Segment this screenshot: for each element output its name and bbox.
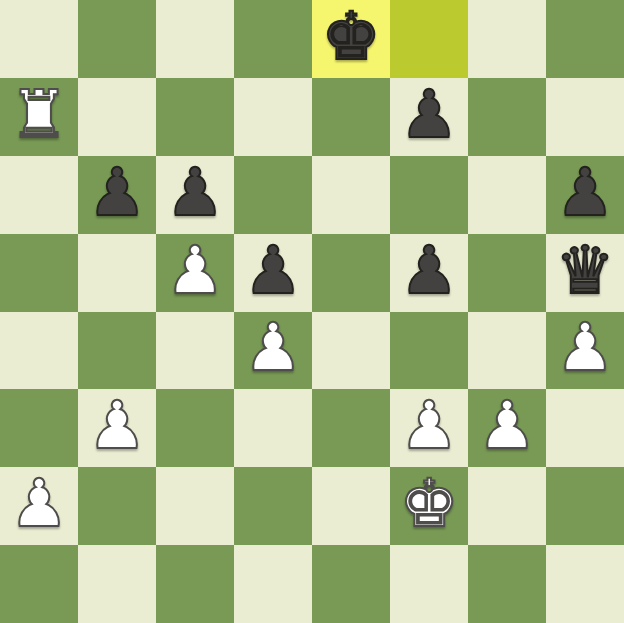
square-e7[interactable] bbox=[312, 78, 390, 156]
square-c8[interactable] bbox=[156, 0, 234, 78]
square-c3[interactable] bbox=[156, 389, 234, 467]
square-d1[interactable] bbox=[234, 545, 312, 623]
square-b1[interactable] bbox=[78, 545, 156, 623]
black-pawn[interactable]: ♟ bbox=[165, 160, 224, 226]
square-h8[interactable] bbox=[546, 0, 624, 78]
square-d3[interactable] bbox=[234, 389, 312, 467]
black-pawn[interactable]: ♟ bbox=[555, 160, 614, 226]
square-a5[interactable] bbox=[0, 234, 78, 312]
square-a8[interactable] bbox=[0, 0, 78, 78]
square-f4[interactable] bbox=[390, 312, 468, 390]
square-d8[interactable] bbox=[234, 0, 312, 78]
square-h5[interactable]: ♛ bbox=[546, 234, 624, 312]
square-b4[interactable] bbox=[78, 312, 156, 390]
square-g2[interactable] bbox=[468, 467, 546, 545]
square-h2[interactable] bbox=[546, 467, 624, 545]
square-g5[interactable] bbox=[468, 234, 546, 312]
square-d6[interactable] bbox=[234, 156, 312, 234]
square-e2[interactable] bbox=[312, 467, 390, 545]
square-g4[interactable] bbox=[468, 312, 546, 390]
black-pawn[interactable]: ♟ bbox=[399, 238, 458, 304]
square-a3[interactable] bbox=[0, 389, 78, 467]
square-g7[interactable] bbox=[468, 78, 546, 156]
square-b3[interactable]: ♟ bbox=[78, 389, 156, 467]
black-king[interactable]: ♚ bbox=[321, 4, 380, 70]
square-c7[interactable] bbox=[156, 78, 234, 156]
square-d7[interactable] bbox=[234, 78, 312, 156]
square-h6[interactable]: ♟ bbox=[546, 156, 624, 234]
square-e5[interactable] bbox=[312, 234, 390, 312]
square-g1[interactable] bbox=[468, 545, 546, 623]
square-c1[interactable] bbox=[156, 545, 234, 623]
square-b5[interactable] bbox=[78, 234, 156, 312]
square-e6[interactable] bbox=[312, 156, 390, 234]
square-e3[interactable] bbox=[312, 389, 390, 467]
square-a6[interactable] bbox=[0, 156, 78, 234]
square-f8[interactable] bbox=[390, 0, 468, 78]
chess-board: ♚♜♟♟♟♟♟♟♟♛♟♟♟♟♟♟♚ bbox=[0, 0, 624, 623]
square-a2[interactable]: ♟ bbox=[0, 467, 78, 545]
white-king[interactable]: ♚ bbox=[399, 471, 458, 537]
white-rook[interactable]: ♜ bbox=[9, 82, 68, 148]
white-pawn[interactable]: ♟ bbox=[9, 471, 68, 537]
black-pawn[interactable]: ♟ bbox=[243, 238, 302, 304]
square-e8[interactable]: ♚ bbox=[312, 0, 390, 78]
black-pawn[interactable]: ♟ bbox=[399, 82, 458, 148]
square-e1[interactable] bbox=[312, 545, 390, 623]
white-pawn[interactable]: ♟ bbox=[555, 315, 614, 381]
square-e4[interactable] bbox=[312, 312, 390, 390]
square-f6[interactable] bbox=[390, 156, 468, 234]
square-g3[interactable]: ♟ bbox=[468, 389, 546, 467]
square-d5[interactable]: ♟ bbox=[234, 234, 312, 312]
square-h3[interactable] bbox=[546, 389, 624, 467]
square-c2[interactable] bbox=[156, 467, 234, 545]
square-g8[interactable] bbox=[468, 0, 546, 78]
square-f3[interactable]: ♟ bbox=[390, 389, 468, 467]
square-f5[interactable]: ♟ bbox=[390, 234, 468, 312]
square-a7[interactable]: ♜ bbox=[0, 78, 78, 156]
white-pawn[interactable]: ♟ bbox=[87, 393, 146, 459]
square-c5[interactable]: ♟ bbox=[156, 234, 234, 312]
square-b2[interactable] bbox=[78, 467, 156, 545]
square-d2[interactable] bbox=[234, 467, 312, 545]
square-f2[interactable]: ♚ bbox=[390, 467, 468, 545]
black-pawn[interactable]: ♟ bbox=[87, 160, 146, 226]
square-c4[interactable] bbox=[156, 312, 234, 390]
square-g6[interactable] bbox=[468, 156, 546, 234]
square-a4[interactable] bbox=[0, 312, 78, 390]
square-b8[interactable] bbox=[78, 0, 156, 78]
square-h7[interactable] bbox=[546, 78, 624, 156]
white-pawn[interactable]: ♟ bbox=[165, 238, 224, 304]
white-pawn[interactable]: ♟ bbox=[477, 393, 536, 459]
square-d4[interactable]: ♟ bbox=[234, 312, 312, 390]
square-h1[interactable] bbox=[546, 545, 624, 623]
square-h4[interactable]: ♟ bbox=[546, 312, 624, 390]
square-f1[interactable] bbox=[390, 545, 468, 623]
square-b7[interactable] bbox=[78, 78, 156, 156]
white-pawn[interactable]: ♟ bbox=[399, 393, 458, 459]
square-c6[interactable]: ♟ bbox=[156, 156, 234, 234]
square-a1[interactable] bbox=[0, 545, 78, 623]
square-b6[interactable]: ♟ bbox=[78, 156, 156, 234]
square-f7[interactable]: ♟ bbox=[390, 78, 468, 156]
white-pawn[interactable]: ♟ bbox=[243, 315, 302, 381]
black-queen[interactable]: ♛ bbox=[555, 238, 614, 304]
